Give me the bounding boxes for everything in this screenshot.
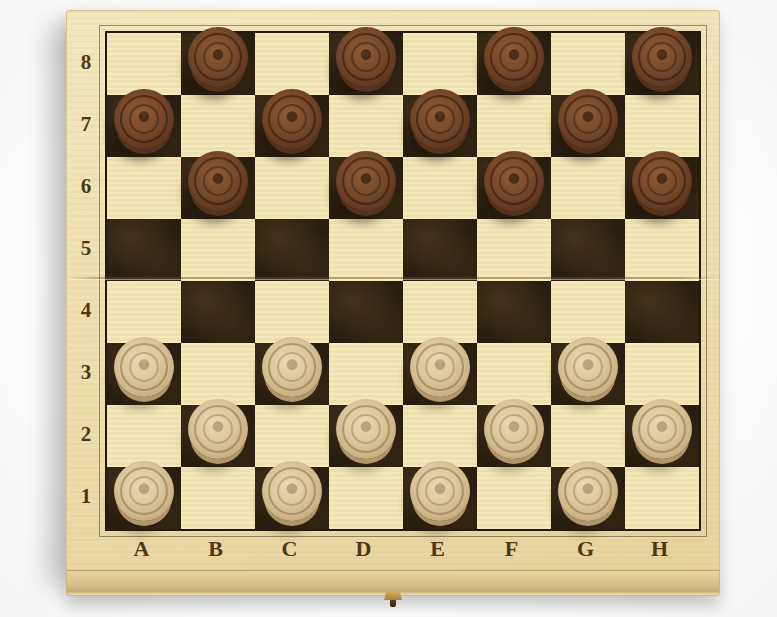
file-label-c: C <box>253 527 327 571</box>
square-e1[interactable]: ⛀ <box>403 467 477 529</box>
square-c7[interactable]: ⛂ <box>255 95 329 157</box>
square-f2[interactable]: ⛀ <box>477 405 551 467</box>
checker-light-c1[interactable]: ⛀ <box>262 461 322 521</box>
square-g6[interactable] <box>551 157 625 219</box>
square-h8[interactable]: ⛂ <box>625 33 699 95</box>
square-a2[interactable] <box>107 405 181 467</box>
square-b7[interactable] <box>181 95 255 157</box>
file-label-d: D <box>327 527 401 571</box>
rank-label-5: 5 <box>67 217 105 279</box>
square-c2[interactable] <box>255 405 329 467</box>
checker-dark-f6[interactable]: ⛂ <box>484 151 544 211</box>
square-e8[interactable] <box>403 33 477 95</box>
board-side-edge <box>66 570 720 596</box>
square-a1[interactable]: ⛀ <box>107 467 181 529</box>
square-d1[interactable] <box>329 467 403 529</box>
checker-light-b2[interactable]: ⛀ <box>188 399 248 459</box>
square-h2[interactable]: ⛀ <box>625 405 699 467</box>
file-label-h: H <box>623 527 697 571</box>
checker-dark-b8[interactable]: ⛂ <box>188 27 248 87</box>
square-e5[interactable] <box>403 219 477 281</box>
checker-light-h2[interactable]: ⛀ <box>632 399 692 459</box>
file-label-a: A <box>105 527 179 571</box>
checker-light-e1[interactable]: ⛀ <box>410 461 470 521</box>
square-h7[interactable] <box>625 95 699 157</box>
rank-label-7: 7 <box>67 93 105 155</box>
square-d5[interactable] <box>329 219 403 281</box>
checker-light-a3[interactable]: ⛀ <box>114 337 174 397</box>
square-b1[interactable] <box>181 467 255 529</box>
square-e6[interactable] <box>403 157 477 219</box>
rank-label-3: 3 <box>67 341 105 403</box>
square-g5[interactable] <box>551 219 625 281</box>
square-g1[interactable]: ⛀ <box>551 467 625 529</box>
square-b3[interactable] <box>181 343 255 405</box>
square-c3[interactable]: ⛀ <box>255 343 329 405</box>
rank-label-1: 1 <box>67 465 105 527</box>
square-c1[interactable]: ⛀ <box>255 467 329 529</box>
checker-light-d2[interactable]: ⛀ <box>336 399 396 459</box>
square-d8[interactable]: ⛂ <box>329 33 403 95</box>
square-a4[interactable] <box>107 281 181 343</box>
square-f5[interactable] <box>477 219 551 281</box>
checker-dark-d6[interactable]: ⛂ <box>336 151 396 211</box>
rank-label-2: 2 <box>67 403 105 465</box>
square-f1[interactable] <box>477 467 551 529</box>
checker-light-f2[interactable]: ⛀ <box>484 399 544 459</box>
square-d2[interactable]: ⛀ <box>329 405 403 467</box>
checker-dark-g7[interactable]: ⛂ <box>558 89 618 149</box>
board-grid: ⛂⛂⛂⛂⛂⛂⛂⛂⛂⛂⛂⛂⛀⛀⛀⛀⛀⛀⛀⛀⛀⛀⛀⛀ <box>105 31 701 531</box>
square-e2[interactable] <box>403 405 477 467</box>
square-b2[interactable]: ⛀ <box>181 405 255 467</box>
square-g2[interactable] <box>551 405 625 467</box>
brass-clasp-pin <box>390 600 396 607</box>
square-e7[interactable]: ⛂ <box>403 95 477 157</box>
file-labels-row: ABCDEFGH <box>105 527 697 571</box>
square-b4[interactable] <box>181 281 255 343</box>
checker-light-e3[interactable]: ⛀ <box>410 337 470 397</box>
square-h5[interactable] <box>625 219 699 281</box>
checker-dark-e7[interactable]: ⛂ <box>410 89 470 149</box>
rank-labels-column: 87654321 <box>67 31 105 527</box>
checker-dark-h8[interactable]: ⛂ <box>632 27 692 87</box>
square-a6[interactable] <box>107 157 181 219</box>
checker-dark-d8[interactable]: ⛂ <box>336 27 396 87</box>
square-f7[interactable] <box>477 95 551 157</box>
square-d3[interactable] <box>329 343 403 405</box>
file-label-e: E <box>401 527 475 571</box>
square-b8[interactable]: ⛂ <box>181 33 255 95</box>
checker-light-g1[interactable]: ⛀ <box>558 461 618 521</box>
square-c5[interactable] <box>255 219 329 281</box>
square-d7[interactable] <box>329 95 403 157</box>
square-b6[interactable]: ⛂ <box>181 157 255 219</box>
square-g4[interactable] <box>551 281 625 343</box>
square-h1[interactable] <box>625 467 699 529</box>
square-b5[interactable] <box>181 219 255 281</box>
rank-label-6: 6 <box>67 155 105 217</box>
square-c8[interactable] <box>255 33 329 95</box>
square-f8[interactable]: ⛂ <box>477 33 551 95</box>
checker-dark-b6[interactable]: ⛂ <box>188 151 248 211</box>
checker-dark-c7[interactable]: ⛂ <box>262 89 322 149</box>
checker-dark-f8[interactable]: ⛂ <box>484 27 544 87</box>
checker-light-a1[interactable]: ⛀ <box>114 461 174 521</box>
square-h3[interactable] <box>625 343 699 405</box>
square-f3[interactable] <box>477 343 551 405</box>
file-label-g: G <box>549 527 623 571</box>
square-e4[interactable] <box>403 281 477 343</box>
rank-label-4: 4 <box>67 279 105 341</box>
photo-background: 87654321 ⛂⛂⛂⛂⛂⛂⛂⛂⛂⛂⛂⛂⛀⛀⛀⛀⛀⛀⛀⛀⛀⛀⛀⛀ ABCDEF… <box>0 0 777 617</box>
checker-light-g3[interactable]: ⛀ <box>558 337 618 397</box>
square-f6[interactable]: ⛂ <box>477 157 551 219</box>
square-c4[interactable] <box>255 281 329 343</box>
square-a5[interactable] <box>107 219 181 281</box>
square-h6[interactable]: ⛂ <box>625 157 699 219</box>
checkers-board: 87654321 ⛂⛂⛂⛂⛂⛂⛂⛂⛂⛂⛂⛂⛀⛀⛀⛀⛀⛀⛀⛀⛀⛀⛀⛀ ABCDEF… <box>66 10 720 572</box>
checker-dark-a7[interactable]: ⛂ <box>114 89 174 149</box>
square-a7[interactable]: ⛂ <box>107 95 181 157</box>
rank-label-8: 8 <box>67 31 105 93</box>
square-h4[interactable] <box>625 281 699 343</box>
square-g3[interactable]: ⛀ <box>551 343 625 405</box>
square-g8[interactable] <box>551 33 625 95</box>
file-label-f: F <box>475 527 549 571</box>
checker-dark-h6[interactable]: ⛂ <box>632 151 692 211</box>
file-label-b: B <box>179 527 253 571</box>
square-f4[interactable] <box>477 281 551 343</box>
square-g7[interactable]: ⛂ <box>551 95 625 157</box>
square-d4[interactable] <box>329 281 403 343</box>
checker-light-c3[interactable]: ⛀ <box>262 337 322 397</box>
square-c6[interactable] <box>255 157 329 219</box>
brass-clasp <box>384 591 402 600</box>
square-d6[interactable]: ⛂ <box>329 157 403 219</box>
square-e3[interactable]: ⛀ <box>403 343 477 405</box>
square-a3[interactable]: ⛀ <box>107 343 181 405</box>
square-a8[interactable] <box>107 33 181 95</box>
